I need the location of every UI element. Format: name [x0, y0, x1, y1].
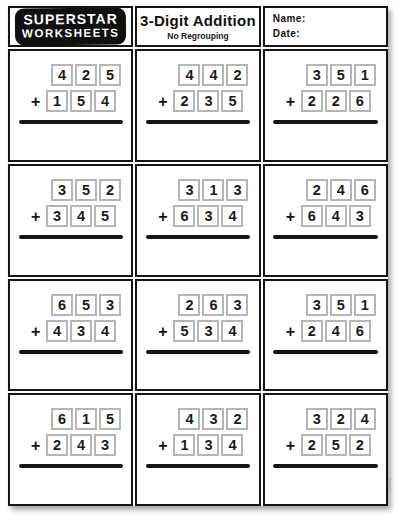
digit-box: 4 — [325, 320, 347, 342]
logo-line1: SUPERSTAR — [22, 12, 120, 28]
digit-box: 3 — [202, 408, 224, 430]
addition-problem: 4 4 2 + 2 3 5 — [135, 49, 260, 162]
addend-bottom-row: 6 3 4 — [173, 205, 243, 227]
addend-bottom-row: 2 3 5 — [173, 90, 243, 112]
digit: 4 — [332, 323, 340, 339]
digit: 3 — [209, 411, 217, 427]
digit-box: 6 — [202, 294, 224, 316]
digit-box: 1 — [173, 434, 195, 456]
digit: 2 — [53, 437, 61, 453]
digit: 4 — [77, 437, 85, 453]
digit-box: 4 — [51, 64, 73, 86]
digit: 2 — [332, 93, 340, 109]
digit: 4 — [101, 323, 109, 339]
addend-bottom-row: 1 3 4 — [173, 434, 243, 456]
digit: 3 — [313, 67, 321, 83]
addend-top-row: 6 5 3 — [51, 294, 121, 316]
digit-box: 5 — [99, 64, 121, 86]
addend-top-row: 4 3 2 — [178, 408, 248, 430]
digit-box: 2 — [46, 434, 68, 456]
digit-box: 1 — [46, 90, 68, 112]
plus-sign: + — [280, 323, 301, 342]
digit-box: 2 — [306, 179, 328, 201]
digit: 3 — [185, 182, 193, 198]
digit-box: 5 — [99, 408, 121, 430]
answer-write-area[interactable] — [137, 468, 258, 504]
digit: 1 — [82, 411, 90, 427]
digit-box: 3 — [178, 179, 200, 201]
digit: 5 — [228, 93, 236, 109]
plus-spacer — [285, 85, 306, 86]
addition-problem: 6 1 5 + 2 4 3 — [8, 393, 133, 506]
digit-box: 4 — [354, 408, 376, 430]
addition-problem: 3 1 3 + 6 3 4 — [135, 164, 260, 277]
answer-write-area[interactable] — [265, 239, 386, 275]
plus-spacer — [30, 429, 51, 430]
digit: 1 — [53, 93, 61, 109]
digit-box: 2 — [301, 434, 323, 456]
digit: 4 — [361, 411, 369, 427]
digit-box: 4 — [221, 434, 243, 456]
plus-sign: + — [25, 323, 46, 342]
addition-problem: 2 6 3 + 5 3 4 — [135, 279, 260, 392]
digit: 2 — [308, 437, 316, 453]
digit-box: 6 — [354, 179, 376, 201]
addition-problem: 2 4 6 + 6 4 3 — [263, 164, 388, 277]
answer-write-area[interactable] — [10, 468, 131, 504]
digit-box: 3 — [51, 179, 73, 201]
addition-problem: 6 5 3 + 4 3 4 — [8, 279, 133, 392]
logo-cell: SUPERSTAR WORKSHEETS — [8, 6, 133, 47]
answer-write-area[interactable] — [137, 124, 258, 160]
digit-box: 5 — [325, 434, 347, 456]
digit: 2 — [337, 411, 345, 427]
digit: 1 — [361, 297, 369, 313]
worksheet-grid: SUPERSTAR WORKSHEETS 3-Digit Addition No… — [8, 6, 388, 506]
addend-bottom-row: 2 4 6 — [301, 320, 371, 342]
digit: 5 — [106, 67, 114, 83]
digit-box: 1 — [75, 408, 97, 430]
addition-problem: 3 5 2 + 3 4 5 — [8, 164, 133, 277]
digit: 2 — [313, 182, 321, 198]
digit: 2 — [308, 323, 316, 339]
plus-sign: + — [152, 323, 173, 342]
plus-sign: + — [152, 208, 173, 227]
plus-spacer — [157, 200, 178, 201]
digit-box: 3 — [197, 205, 219, 227]
digit-box: 4 — [46, 320, 68, 342]
plus-spacer — [157, 315, 178, 316]
plus-spacer — [285, 429, 306, 430]
name-label: Name: — [273, 13, 306, 24]
digit-box: 2 — [75, 64, 97, 86]
addend-bottom-row: 2 5 2 — [301, 434, 371, 456]
digit: 4 — [228, 208, 236, 224]
digit: 3 — [204, 208, 212, 224]
digit-box: 2 — [226, 408, 248, 430]
digit: 5 — [106, 411, 114, 427]
addend-top-row: 6 1 5 — [51, 408, 121, 430]
addition-problem: 3 5 1 + 2 4 6 — [263, 279, 388, 392]
digit-box: 4 — [178, 408, 200, 430]
digit-box: 3 — [46, 205, 68, 227]
addend-top-row: 2 6 3 — [178, 294, 248, 316]
digit: 3 — [53, 208, 61, 224]
title-cell: 3-Digit Addition No Regrouping — [135, 6, 260, 47]
digit-box: 2 — [226, 64, 248, 86]
digit: 4 — [228, 437, 236, 453]
plus-spacer — [30, 85, 51, 86]
digit: 5 — [332, 437, 340, 453]
plus-sign: + — [280, 93, 301, 112]
date-label: Date: — [273, 28, 301, 39]
digit: 4 — [58, 67, 66, 83]
digit-box: 4 — [70, 434, 92, 456]
digit: 2 — [82, 67, 90, 83]
addend-bottom-row: 6 4 3 — [301, 205, 371, 227]
name-date-cell: Name: Date: — [263, 6, 388, 47]
addition-problem: 3 5 1 + 2 2 6 — [263, 49, 388, 162]
addition-problem: 4 3 2 + 1 3 4 — [135, 393, 260, 506]
digit: 2 — [106, 182, 114, 198]
addend-bottom-row: 2 4 3 — [46, 434, 116, 456]
plus-spacer — [285, 200, 306, 201]
digit: 6 — [356, 93, 364, 109]
digit: 3 — [233, 297, 241, 313]
digit-box: 2 — [301, 320, 323, 342]
digit: 2 — [233, 411, 241, 427]
digit: 5 — [82, 182, 90, 198]
digit: 4 — [209, 67, 217, 83]
addend-top-row: 4 2 5 — [51, 64, 121, 86]
digit-box: 4 — [330, 179, 352, 201]
digit: 1 — [209, 182, 217, 198]
plus-spacer — [157, 429, 178, 430]
digit: 4 — [337, 182, 345, 198]
digit-box: 5 — [94, 205, 116, 227]
digit: 5 — [77, 93, 85, 109]
digit-box: 2 — [301, 90, 323, 112]
digit-box: 4 — [178, 64, 200, 86]
plus-sign: + — [280, 208, 301, 227]
digit-box: 6 — [301, 205, 323, 227]
worksheet-page: SUPERSTAR WORKSHEETS 3-Digit Addition No… — [8, 6, 388, 506]
digit-box: 3 — [197, 90, 219, 112]
digit-box: 3 — [94, 434, 116, 456]
digit: 3 — [204, 437, 212, 453]
plus-sign: + — [25, 93, 46, 112]
digit-box: 2 — [173, 90, 195, 112]
plus-spacer — [30, 315, 51, 316]
digit-box: 4 — [202, 64, 224, 86]
digit: 2 — [356, 437, 364, 453]
digit-box: 3 — [197, 320, 219, 342]
digit-box: 4 — [94, 90, 116, 112]
digit: 6 — [58, 411, 66, 427]
digit: 4 — [77, 208, 85, 224]
digit: 4 — [185, 67, 193, 83]
digit: 4 — [332, 208, 340, 224]
digit-box: 6 — [51, 294, 73, 316]
answer-write-area[interactable] — [265, 354, 386, 390]
answer-write-area[interactable] — [10, 354, 131, 390]
digit: 3 — [204, 323, 212, 339]
digit: 5 — [337, 297, 345, 313]
addend-top-row: 4 4 2 — [178, 64, 248, 86]
addition-problem: 3 2 4 + 2 5 2 — [263, 393, 388, 506]
date-write-area[interactable] — [300, 27, 380, 39]
digit-box: 2 — [330, 408, 352, 430]
digit: 4 — [185, 411, 193, 427]
digit-box: 6 — [173, 205, 195, 227]
addend-bottom-row: 4 3 4 — [46, 320, 116, 342]
digit-box: 6 — [51, 408, 73, 430]
digit: 4 — [53, 323, 61, 339]
addend-bottom-row: 1 5 4 — [46, 90, 116, 112]
digit-box: 5 — [70, 90, 92, 112]
digit: 4 — [228, 323, 236, 339]
plus-sign: + — [25, 208, 46, 227]
digit: 3 — [313, 297, 321, 313]
plus-spacer — [30, 200, 51, 201]
digit-box: 5 — [173, 320, 195, 342]
digit: 1 — [180, 437, 188, 453]
digit: 5 — [180, 323, 188, 339]
digit-box: 1 — [354, 64, 376, 86]
digit: 2 — [308, 93, 316, 109]
digit: 5 — [337, 67, 345, 83]
plus-sign: + — [280, 437, 301, 456]
digit-box: 3 — [306, 294, 328, 316]
addend-top-row: 3 5 1 — [306, 64, 376, 86]
digit: 6 — [209, 297, 217, 313]
digit-box: 4 — [221, 205, 243, 227]
digit-box: 3 — [226, 294, 248, 316]
page-title: 3-Digit Addition — [140, 12, 256, 29]
digit-box: 5 — [75, 294, 97, 316]
digit-box: 3 — [99, 294, 121, 316]
digit-box: 4 — [94, 320, 116, 342]
page-subtitle: No Regrouping — [167, 31, 228, 41]
digit-box: 5 — [330, 294, 352, 316]
addition-problem: 4 2 5 + 1 5 4 — [8, 49, 133, 162]
digit: 6 — [361, 182, 369, 198]
addend-top-row: 3 5 2 — [51, 179, 121, 201]
answer-write-area[interactable] — [265, 124, 386, 160]
digit: 2 — [233, 67, 241, 83]
digit-box: 5 — [330, 64, 352, 86]
plus-spacer — [285, 315, 306, 316]
answer-write-area[interactable] — [137, 354, 258, 390]
plus-sign: + — [152, 437, 173, 456]
answer-write-area[interactable] — [265, 468, 386, 504]
digit: 1 — [361, 67, 369, 83]
digit: 5 — [101, 208, 109, 224]
addend-top-row: 2 4 6 — [306, 179, 376, 201]
addend-bottom-row: 2 2 6 — [301, 90, 371, 112]
digit-box: 6 — [349, 90, 371, 112]
digit-box: 2 — [99, 179, 121, 201]
digit: 6 — [308, 208, 316, 224]
digit: 6 — [356, 323, 364, 339]
logo-line2: WORKSHEETS — [22, 27, 120, 41]
digit-box: 2 — [325, 90, 347, 112]
digit-box: 3 — [306, 64, 328, 86]
digit: 4 — [101, 93, 109, 109]
digit-box: 3 — [226, 179, 248, 201]
digit: 3 — [77, 323, 85, 339]
digit: 3 — [106, 297, 114, 313]
addend-bottom-row: 3 4 5 — [46, 205, 116, 227]
digit-box: 2 — [178, 294, 200, 316]
digit-box: 3 — [349, 205, 371, 227]
digit-box: 5 — [75, 179, 97, 201]
digit-box: 3 — [70, 320, 92, 342]
digit-box: 5 — [221, 90, 243, 112]
plus-sign: + — [25, 437, 46, 456]
image-credit: Images © — [389, 478, 392, 492]
digit: 3 — [233, 182, 241, 198]
digit: 5 — [82, 297, 90, 313]
superstar-worksheets-logo: SUPERSTAR WORKSHEETS — [15, 8, 127, 46]
digit: 2 — [185, 297, 193, 313]
name-write-area[interactable] — [306, 12, 380, 24]
digit-box: 4 — [70, 205, 92, 227]
answer-write-area[interactable] — [10, 124, 131, 160]
digit-box: 3 — [306, 408, 328, 430]
addend-top-row: 3 5 1 — [306, 294, 376, 316]
digit-box: 4 — [325, 205, 347, 227]
digit: 3 — [313, 411, 321, 427]
digit: 3 — [356, 208, 364, 224]
plus-spacer — [157, 85, 178, 86]
digit: 3 — [58, 182, 66, 198]
answer-write-area[interactable] — [10, 239, 131, 275]
plus-sign: + — [152, 93, 173, 112]
addend-bottom-row: 5 3 4 — [173, 320, 243, 342]
digit-box: 2 — [349, 434, 371, 456]
digit: 6 — [58, 297, 66, 313]
digit-box: 6 — [349, 320, 371, 342]
digit-box: 4 — [221, 320, 243, 342]
digit-box: 1 — [354, 294, 376, 316]
digit: 6 — [180, 208, 188, 224]
addend-top-row: 3 2 4 — [306, 408, 376, 430]
digit-box: 1 — [202, 179, 224, 201]
addend-top-row: 3 1 3 — [178, 179, 248, 201]
answer-write-area[interactable] — [137, 239, 258, 275]
digit: 2 — [180, 93, 188, 109]
digit: 3 — [101, 437, 109, 453]
digit-box: 3 — [197, 434, 219, 456]
digit: 3 — [204, 93, 212, 109]
